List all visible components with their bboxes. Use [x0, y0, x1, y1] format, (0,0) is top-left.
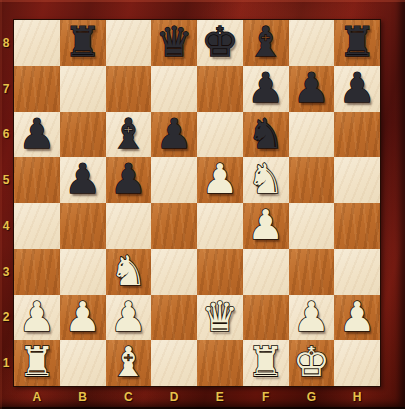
- piece-black-queen[interactable]: ♛: [151, 20, 197, 66]
- piece-black-king[interactable]: ♚: [197, 20, 243, 66]
- file-label-d: D: [151, 387, 197, 406]
- file-label-c: C: [106, 387, 152, 406]
- square-f8[interactable]: ♝: [243, 20, 289, 66]
- piece-black-bishop[interactable]: ♝: [106, 112, 152, 158]
- square-e5[interactable]: ♟: [197, 157, 243, 203]
- square-c6[interactable]: ♝: [106, 112, 152, 158]
- piece-white-knight[interactable]: ♞: [106, 249, 152, 295]
- square-d1[interactable]: [151, 340, 197, 386]
- file-label-b: B: [60, 387, 106, 406]
- square-d5[interactable]: [151, 157, 197, 203]
- square-e4[interactable]: [197, 203, 243, 249]
- square-g1[interactable]: ♚: [289, 340, 335, 386]
- square-c8[interactable]: [106, 20, 152, 66]
- square-h4[interactable]: [334, 203, 380, 249]
- board-frame: 87654321 ♜♛♚♝♜♟♟♟♟♝♟♞♟♟♟♞♟♞♟♟♟♛♟♟♜♝♜♚ AB…: [0, 0, 405, 409]
- piece-white-pawn[interactable]: ♟: [197, 157, 243, 203]
- piece-black-rook[interactable]: ♜: [60, 20, 106, 66]
- piece-black-pawn[interactable]: ♟: [151, 112, 197, 158]
- square-a2[interactable]: ♟: [14, 295, 60, 341]
- piece-black-rook[interactable]: ♜: [334, 20, 380, 66]
- square-d2[interactable]: [151, 295, 197, 341]
- piece-white-knight[interactable]: ♞: [243, 157, 289, 203]
- piece-white-king[interactable]: ♚: [289, 340, 335, 386]
- piece-white-pawn[interactable]: ♟: [334, 295, 380, 341]
- square-d4[interactable]: [151, 203, 197, 249]
- piece-white-bishop[interactable]: ♝: [106, 340, 152, 386]
- square-b2[interactable]: ♟: [60, 295, 106, 341]
- piece-white-pawn[interactable]: ♟: [60, 295, 106, 341]
- square-g3[interactable]: [289, 249, 335, 295]
- square-b1[interactable]: [60, 340, 106, 386]
- square-f7[interactable]: ♟: [243, 66, 289, 112]
- square-b7[interactable]: [60, 66, 106, 112]
- square-g4[interactable]: [289, 203, 335, 249]
- rank-label-6: 6: [0, 112, 12, 158]
- piece-black-pawn[interactable]: ♟: [243, 66, 289, 112]
- piece-black-knight[interactable]: ♞: [243, 112, 289, 158]
- piece-white-queen[interactable]: ♛: [197, 295, 243, 341]
- square-c5[interactable]: ♟: [106, 157, 152, 203]
- rank-label-1: 1: [0, 340, 12, 386]
- square-h7[interactable]: ♟: [334, 66, 380, 112]
- square-g7[interactable]: ♟: [289, 66, 335, 112]
- piece-black-pawn[interactable]: ♟: [334, 66, 380, 112]
- piece-black-pawn[interactable]: ♟: [106, 157, 152, 203]
- square-g5[interactable]: [289, 157, 335, 203]
- piece-white-pawn[interactable]: ♟: [243, 203, 289, 249]
- rank-label-7: 7: [0, 66, 12, 112]
- file-label-f: F: [243, 387, 289, 406]
- rank-label-8: 8: [0, 20, 12, 66]
- square-f5[interactable]: ♞: [243, 157, 289, 203]
- square-h6[interactable]: [334, 112, 380, 158]
- square-e6[interactable]: [197, 112, 243, 158]
- square-a3[interactable]: [14, 249, 60, 295]
- square-a5[interactable]: [14, 157, 60, 203]
- square-h5[interactable]: [334, 157, 380, 203]
- square-g8[interactable]: [289, 20, 335, 66]
- square-g6[interactable]: [289, 112, 335, 158]
- rank-label-2: 2: [0, 295, 12, 341]
- square-f1[interactable]: ♜: [243, 340, 289, 386]
- file-label-e: E: [197, 387, 243, 406]
- square-d3[interactable]: [151, 249, 197, 295]
- square-b8[interactable]: ♜: [60, 20, 106, 66]
- square-b6[interactable]: [60, 112, 106, 158]
- square-d7[interactable]: [151, 66, 197, 112]
- square-h8[interactable]: ♜: [334, 20, 380, 66]
- square-f3[interactable]: [243, 249, 289, 295]
- square-d6[interactable]: ♟: [151, 112, 197, 158]
- square-e3[interactable]: [197, 249, 243, 295]
- square-h1[interactable]: [334, 340, 380, 386]
- rank-labels: 87654321: [0, 20, 13, 386]
- square-a7[interactable]: [14, 66, 60, 112]
- square-f2[interactable]: [243, 295, 289, 341]
- chess-board: ♜♛♚♝♜♟♟♟♟♝♟♞♟♟♟♞♟♞♟♟♟♛♟♟♜♝♜♚: [13, 19, 381, 387]
- square-a8[interactable]: [14, 20, 60, 66]
- square-c7[interactable]: [106, 66, 152, 112]
- square-e1[interactable]: [197, 340, 243, 386]
- rank-label-5: 5: [0, 157, 12, 203]
- square-d8[interactable]: ♛: [151, 20, 197, 66]
- piece-white-rook[interactable]: ♜: [14, 340, 60, 386]
- square-c3[interactable]: ♞: [106, 249, 152, 295]
- square-f4[interactable]: ♟: [243, 203, 289, 249]
- square-h2[interactable]: ♟: [334, 295, 380, 341]
- square-b4[interactable]: [60, 203, 106, 249]
- square-e8[interactable]: ♚: [197, 20, 243, 66]
- square-e7[interactable]: [197, 66, 243, 112]
- piece-white-pawn[interactable]: ♟: [289, 295, 335, 341]
- piece-white-pawn[interactable]: ♟: [14, 295, 60, 341]
- square-f6[interactable]: ♞: [243, 112, 289, 158]
- square-b3[interactable]: [60, 249, 106, 295]
- square-a6[interactable]: ♟: [14, 112, 60, 158]
- file-label-a: A: [14, 387, 60, 406]
- square-h3[interactable]: [334, 249, 380, 295]
- piece-black-pawn[interactable]: ♟: [60, 157, 106, 203]
- square-c4[interactable]: [106, 203, 152, 249]
- piece-white-rook[interactable]: ♜: [243, 340, 289, 386]
- piece-black-pawn[interactable]: ♟: [289, 66, 335, 112]
- file-label-g: G: [289, 387, 335, 406]
- piece-black-bishop[interactable]: ♝: [243, 20, 289, 66]
- square-c1[interactable]: ♝: [106, 340, 152, 386]
- square-c2[interactable]: ♟: [106, 295, 152, 341]
- rank-label-3: 3: [0, 249, 12, 295]
- file-labels: ABCDEFGH: [14, 387, 380, 407]
- square-g2[interactable]: ♟: [289, 295, 335, 341]
- file-label-h: H: [334, 387, 380, 406]
- piece-white-pawn[interactable]: ♟: [106, 295, 152, 341]
- rank-label-4: 4: [0, 203, 12, 249]
- piece-black-pawn[interactable]: ♟: [14, 112, 60, 158]
- square-a4[interactable]: [14, 203, 60, 249]
- square-e2[interactable]: ♛: [197, 295, 243, 341]
- square-a1[interactable]: ♜: [14, 340, 60, 386]
- square-b5[interactable]: ♟: [60, 157, 106, 203]
